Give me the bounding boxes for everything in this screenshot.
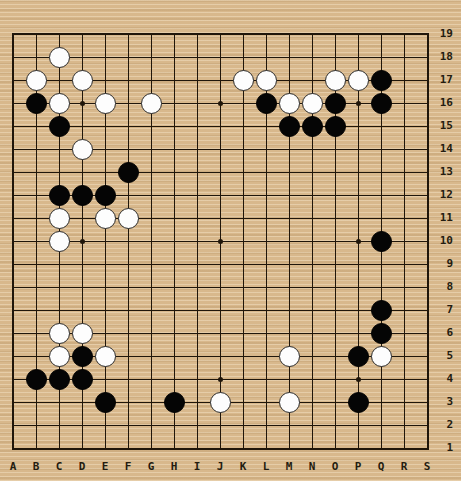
white-stone[interactable] [279,93,300,114]
black-stone[interactable] [371,300,392,321]
black-stone[interactable] [95,185,116,206]
column-label: S [416,460,438,474]
column-label: I [186,460,208,474]
white-stone[interactable] [49,93,70,114]
stones-layer [2,23,439,460]
black-stone[interactable] [279,116,300,137]
row-label: 1 [432,442,453,454]
white-stone[interactable] [141,93,162,114]
column-label: E [94,460,116,474]
white-stone[interactable] [49,346,70,367]
black-stone[interactable] [95,392,116,413]
column-label: Q [370,460,392,474]
black-stone[interactable] [371,231,392,252]
white-stone[interactable] [348,70,369,91]
white-stone[interactable] [72,70,93,91]
row-label: 9 [432,258,453,270]
row-label: 15 [432,120,453,132]
white-stone[interactable] [302,93,323,114]
column-label: B [25,460,47,474]
go-board[interactable]: ABCDEFGHIJKLMNOPQRS 19181716151413121110… [0,0,461,481]
white-stone[interactable] [279,346,300,367]
white-stone[interactable] [256,70,277,91]
white-stone[interactable] [279,392,300,413]
row-label: 3 [432,396,453,408]
column-label: O [324,460,346,474]
white-stone[interactable] [95,208,116,229]
row-label: 17 [432,74,453,86]
white-stone[interactable] [210,392,231,413]
black-stone[interactable] [164,392,185,413]
row-label: 10 [432,235,453,247]
white-stone[interactable] [233,70,254,91]
column-label: C [48,460,70,474]
white-stone[interactable] [49,231,70,252]
white-stone[interactable] [49,47,70,68]
white-stone[interactable] [49,323,70,344]
black-stone[interactable] [72,346,93,367]
row-label: 7 [432,304,453,316]
black-stone[interactable] [348,346,369,367]
column-label: J [209,460,231,474]
black-stone[interactable] [325,93,346,114]
white-stone[interactable] [72,323,93,344]
black-stone[interactable] [118,162,139,183]
row-label: 2 [432,419,453,431]
row-label: 12 [432,189,453,201]
black-stone[interactable] [49,369,70,390]
black-stone[interactable] [26,369,47,390]
white-stone[interactable] [72,139,93,160]
row-label: 19 [432,28,453,40]
black-stone[interactable] [49,116,70,137]
column-label: L [255,460,277,474]
column-label: A [2,460,24,474]
column-label: N [301,460,323,474]
black-stone[interactable] [26,93,47,114]
black-stone[interactable] [371,93,392,114]
column-label: M [278,460,300,474]
white-stone[interactable] [371,346,392,367]
white-stone[interactable] [95,93,116,114]
black-stone[interactable] [72,185,93,206]
row-label: 4 [432,373,453,385]
white-stone[interactable] [325,70,346,91]
black-stone[interactable] [348,392,369,413]
row-label: 14 [432,143,453,155]
row-label: 5 [432,350,453,362]
black-stone[interactable] [371,70,392,91]
column-label: P [347,460,369,474]
black-stone[interactable] [302,116,323,137]
column-label: H [163,460,185,474]
black-stone[interactable] [72,369,93,390]
row-label: 11 [432,212,453,224]
white-stone[interactable] [26,70,47,91]
black-stone[interactable] [371,323,392,344]
white-stone[interactable] [49,208,70,229]
column-label: F [117,460,139,474]
white-stone[interactable] [95,346,116,367]
black-stone[interactable] [49,185,70,206]
row-label: 16 [432,97,453,109]
row-label: 8 [432,281,453,293]
column-label: G [140,460,162,474]
black-stone[interactable] [325,116,346,137]
black-stone[interactable] [256,93,277,114]
row-label: 13 [432,166,453,178]
row-label: 6 [432,327,453,339]
row-label: 18 [432,51,453,63]
column-label: R [393,460,415,474]
column-label: D [71,460,93,474]
white-stone[interactable] [118,208,139,229]
column-label: K [232,460,254,474]
